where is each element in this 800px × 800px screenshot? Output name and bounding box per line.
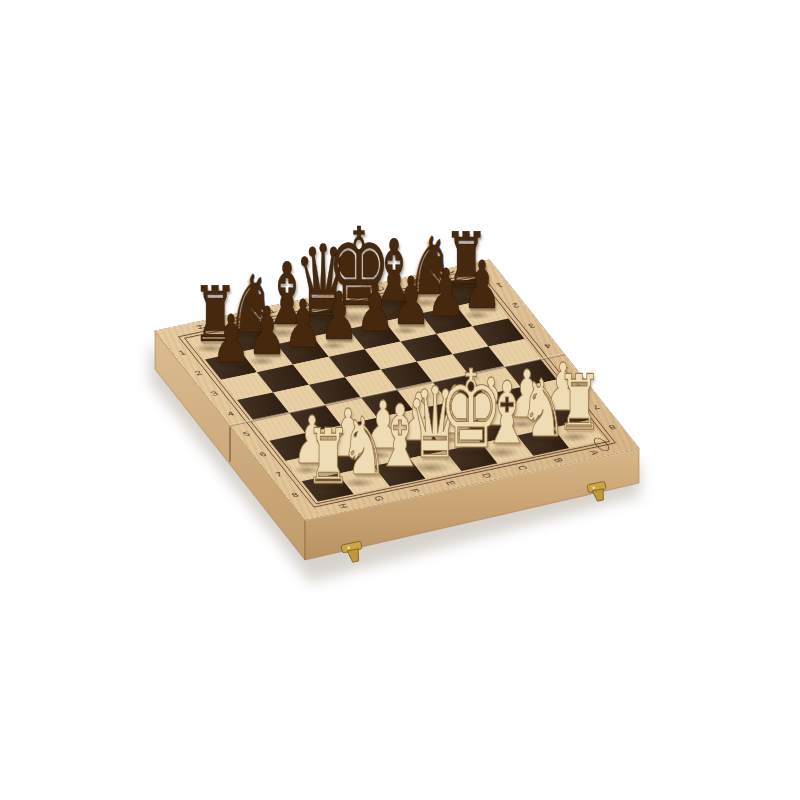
file-label-near-D: D (480, 473, 493, 479)
rank-label-right-5: 5 (559, 363, 569, 370)
file-label-far-H: H (193, 324, 206, 330)
file-label-near-F: F (408, 488, 421, 494)
file-label-far-C: C (373, 286, 386, 292)
chess-set-photo: HHGGFFEEDDCCBBAA1122334455667788 ♜♞♝♛♚♝♞… (0, 0, 800, 800)
rank-label-left-4: 4 (225, 410, 235, 417)
file-label-far-F: F (266, 309, 279, 315)
rank-label-right-3: 3 (526, 322, 536, 329)
rank-label-left-6: 6 (257, 451, 267, 458)
file-label-near-A: A (587, 450, 600, 456)
rank-label-right-6: 6 (575, 383, 585, 390)
file-label-near-B: B (551, 457, 564, 463)
rank-label-left-8: 8 (290, 491, 300, 498)
rank-label-right-8: 8 (607, 424, 617, 431)
rank-label-left-1: 1 (177, 349, 187, 356)
file-label-near-G: G (372, 495, 386, 502)
file-label-far-A: A (445, 270, 458, 276)
file-label-far-B: B (409, 278, 422, 284)
rank-label-right-2: 2 (510, 302, 520, 309)
file-label-far-D: D (337, 293, 350, 299)
file-label-far-E: E (301, 301, 314, 307)
rank-label-left-3: 3 (209, 390, 219, 397)
rank-label-right-1: 1 (494, 282, 504, 289)
file-label-near-H: H (336, 503, 349, 509)
rank-label-left-7: 7 (274, 471, 284, 478)
file-label-far-G: G (229, 316, 243, 323)
rank-label-left-5: 5 (241, 430, 251, 437)
rank-label-left-2: 2 (193, 369, 203, 376)
rank-label-right-4: 4 (543, 342, 553, 349)
file-label-near-C: C (515, 465, 528, 471)
rank-label-right-7: 7 (591, 403, 601, 410)
file-label-near-E: E (444, 480, 457, 486)
